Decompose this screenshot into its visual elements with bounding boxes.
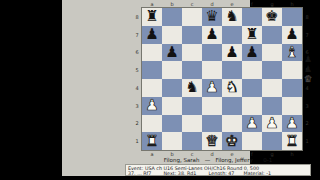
rank-label-2: 2: [133, 115, 141, 133]
rank-label-7: 7: [133, 26, 141, 44]
piece-black-knight-e8[interactable]: ♞: [225, 9, 238, 24]
rank-label-8: 8: [133, 8, 141, 26]
square-d6[interactable]: [202, 44, 222, 62]
rank-labels-left: 87654321: [133, 8, 141, 150]
chess-app-panel: abcdefgh abcdefgh 87654321 87654321 ♜♛♞♚…: [62, 0, 250, 176]
rank-label-4: 4: [133, 79, 141, 97]
file-label-d: d: [202, 1, 222, 7]
piece-white-pawn-f2[interactable]: ♟: [245, 115, 258, 130]
square-d3[interactable]: [202, 97, 222, 115]
square-a5[interactable]: [142, 61, 162, 79]
square-g3[interactable]: [262, 97, 282, 115]
square-c3[interactable]: [182, 97, 202, 115]
square-a1[interactable]: ♜: [142, 132, 162, 150]
square-e2[interactable]: [222, 115, 242, 133]
square-e5[interactable]: [222, 61, 242, 79]
players-result-line: Filong, Sarah — Filong, Jeffery 0-1: [124, 156, 312, 164]
square-d8[interactable]: ♛: [202, 8, 222, 26]
square-f3[interactable]: [242, 97, 262, 115]
captured-black-pawn: ♟: [304, 54, 312, 64]
rank-label-3: 3: [133, 97, 141, 115]
file-label-f: f: [242, 1, 262, 7]
rank-label-6: 6: [133, 44, 141, 62]
square-f5[interactable]: [242, 61, 262, 79]
square-d1[interactable]: ♛: [202, 132, 222, 150]
square-e4[interactable]: ♞: [222, 79, 242, 97]
square-b1[interactable]: [162, 132, 182, 150]
square-b7[interactable]: [162, 26, 182, 44]
square-f2[interactable]: ♟: [242, 115, 262, 133]
piece-white-rook-a1[interactable]: ♜: [145, 133, 158, 148]
square-e7[interactable]: [222, 26, 242, 44]
square-c6[interactable]: [182, 44, 202, 62]
square-h1[interactable]: ♜: [282, 132, 302, 150]
piece-black-pawn-f6[interactable]: ♟: [245, 44, 258, 59]
piece-white-bishop-h6[interactable]: ♝: [285, 44, 298, 59]
square-h7[interactable]: ♟: [282, 26, 302, 44]
square-f6[interactable]: ♟: [242, 44, 262, 62]
square-b4[interactable]: [162, 79, 182, 97]
square-b3[interactable]: [162, 97, 182, 115]
rank-label-1: 1: [303, 132, 311, 150]
chess-board[interactable]: ♜♛♞♚♟♟♜♟♟♟♟♝♞♟♞♟♟♟♟♜♛♚♜: [142, 8, 302, 150]
piece-white-knight-e4[interactable]: ♞: [225, 80, 238, 95]
square-c7[interactable]: [182, 26, 202, 44]
rank-label-2: 2: [303, 115, 311, 133]
piece-white-king-e1[interactable]: ♚: [225, 133, 238, 148]
square-e8[interactable]: ♞: [222, 8, 242, 26]
file-label-g: g: [262, 1, 282, 7]
square-h3[interactable]: [282, 97, 302, 115]
rank-label-3: 3: [303, 97, 311, 115]
piece-black-king-g8[interactable]: ♚: [265, 9, 278, 24]
square-d7[interactable]: ♟: [202, 26, 222, 44]
square-g8[interactable]: ♚: [262, 8, 282, 26]
square-a2[interactable]: [142, 115, 162, 133]
piece-black-pawn-d7[interactable]: ♟: [205, 27, 218, 42]
file-label-e: e: [222, 1, 242, 7]
square-h2[interactable]: ♟: [282, 115, 302, 133]
rank-label-5: 5: [133, 61, 141, 79]
square-h5[interactable]: [282, 61, 302, 79]
square-c1[interactable]: [182, 132, 202, 150]
file-label-h: h: [282, 1, 302, 7]
piece-black-pawn-a7[interactable]: ♟: [145, 27, 158, 42]
file-labels-top: abcdefgh: [142, 1, 302, 7]
square-a3[interactable]: ♟: [142, 97, 162, 115]
square-f8[interactable]: [242, 8, 262, 26]
file-label-b: b: [162, 1, 182, 7]
rank-label-8: 8: [303, 8, 311, 26]
square-a4[interactable]: [142, 79, 162, 97]
square-d2[interactable]: [202, 115, 222, 133]
letterbox-left: [0, 0, 62, 180]
square-a8[interactable]: ♜: [142, 8, 162, 26]
piece-black-knight-c4[interactable]: ♞: [185, 80, 198, 95]
square-f7[interactable]: ♜: [242, 26, 262, 44]
square-g2[interactable]: ♟: [262, 115, 282, 133]
square-a7[interactable]: ♟: [142, 26, 162, 44]
square-g6[interactable]: [262, 44, 282, 62]
square-e6[interactable]: ♟: [222, 44, 242, 62]
rank-label-7: 7: [303, 26, 311, 44]
square-e3[interactable]: [222, 97, 242, 115]
square-g4[interactable]: [262, 79, 282, 97]
square-h8[interactable]: [282, 8, 302, 26]
square-g7[interactable]: [262, 26, 282, 44]
square-f1[interactable]: [242, 132, 262, 150]
piece-black-rook-a8[interactable]: ♜: [145, 9, 158, 24]
game-info-box: Event: USA ch U16 Semi-Lanes OH/Ch16 Rou…: [125, 164, 311, 176]
piece-black-pawn-b6[interactable]: ♟: [165, 44, 178, 59]
board-grid: ♜♛♞♚♟♟♜♟♟♟♟♝♞♟♞♟♟♟♟♜♛♚♜: [142, 8, 302, 150]
square-b6[interactable]: ♟: [162, 44, 182, 62]
piece-black-pawn-h7[interactable]: ♟: [285, 27, 298, 42]
piece-white-pawn-g2[interactable]: ♟: [265, 115, 278, 130]
piece-white-pawn-a3[interactable]: ♟: [145, 98, 158, 113]
captured-black-pawn: ♟: [304, 64, 312, 74]
captured-pieces-tray: ♟♟♛: [304, 54, 312, 84]
square-c4[interactable]: ♞: [182, 79, 202, 97]
piece-black-pawn-e6[interactable]: ♟: [225, 44, 238, 59]
square-c5[interactable]: [182, 61, 202, 79]
square-e1[interactable]: ♚: [222, 132, 242, 150]
piece-white-pawn-h2[interactable]: ♟: [285, 115, 298, 130]
square-c2[interactable]: [182, 115, 202, 133]
piece-black-queen-d8[interactable]: ♛: [205, 9, 218, 24]
square-g1[interactable]: [262, 132, 282, 150]
square-d5[interactable]: [202, 61, 222, 79]
square-b8[interactable]: [162, 8, 182, 26]
square-h4[interactable]: [282, 79, 302, 97]
square-b5[interactable]: [162, 61, 182, 79]
rank-label-1: 1: [133, 132, 141, 150]
piece-white-rook-h1[interactable]: ♜: [285, 133, 298, 148]
piece-white-pawn-d4[interactable]: ♟: [205, 80, 218, 95]
square-a6[interactable]: [142, 44, 162, 62]
piece-black-rook-f7[interactable]: ♜: [245, 27, 258, 42]
captured-white-queen: ♛: [304, 74, 312, 84]
status-line: 37. ... Rf7 Next: 38. Rd1 Length: 47 Mat…: [128, 171, 308, 176]
file-label-c: c: [182, 1, 202, 7]
square-b2[interactable]: [162, 115, 182, 133]
square-c8[interactable]: [182, 8, 202, 26]
square-d4[interactable]: ♟: [202, 79, 222, 97]
piece-white-queen-d1[interactable]: ♛: [205, 133, 218, 148]
file-label-a: a: [142, 1, 162, 7]
square-f4[interactable]: [242, 79, 262, 97]
square-g5[interactable]: [262, 61, 282, 79]
square-h6[interactable]: ♝: [282, 44, 302, 62]
